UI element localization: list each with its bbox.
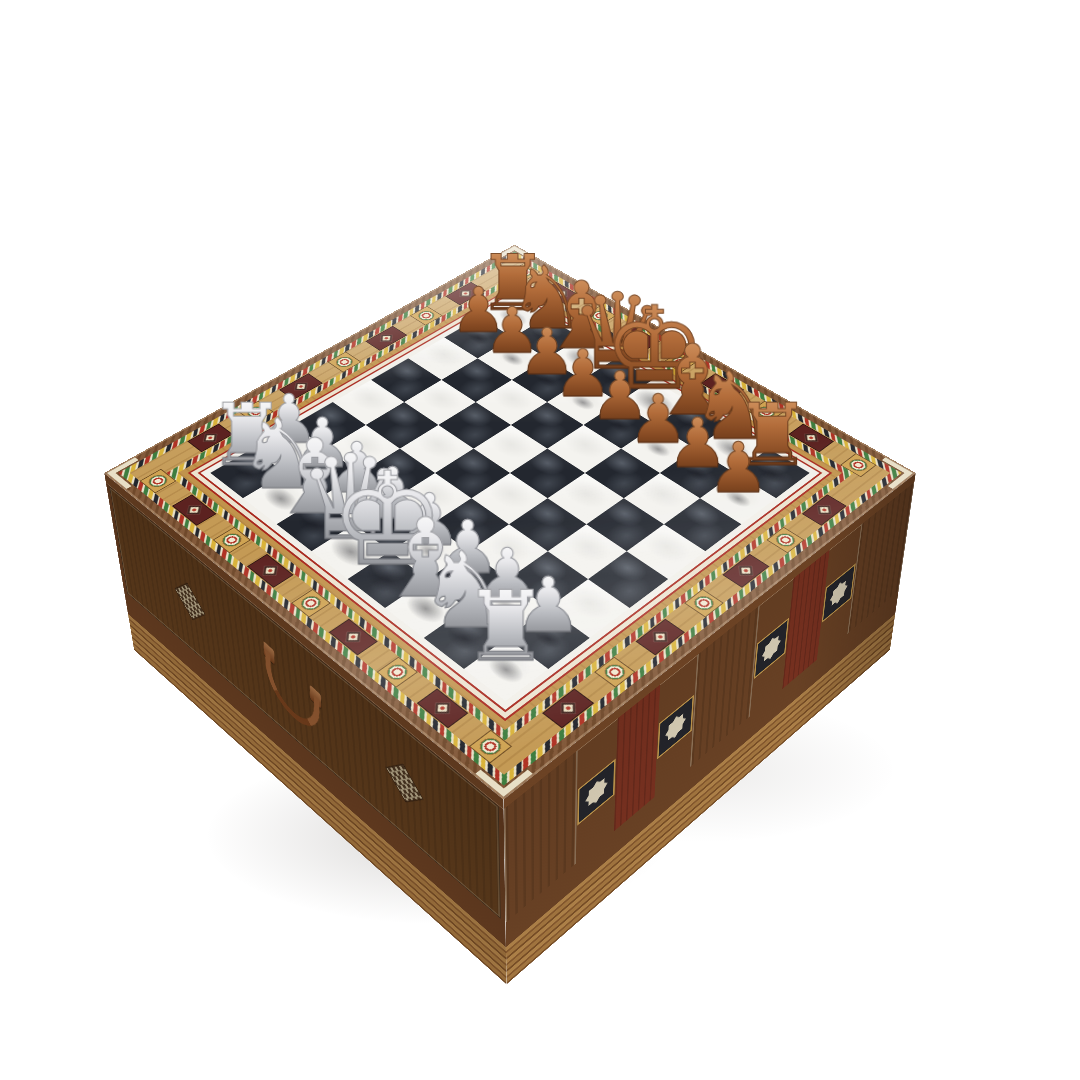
product-photo: ♜♞♝♛♚♝♞♜♟♟♟♟♟♟♟♟♟♟♟♟♟♟♟♟♜♞♝♛♚♝♞♜ <box>0 0 1080 1080</box>
chess-box: ♜♞♝♛♚♝♞♜♟♟♟♟♟♟♟♟♟♟♟♟♟♟♟♟♜♞♝♛♚♝♞♜ <box>104 245 916 800</box>
black-pawn-glyph: ♟ <box>707 433 769 502</box>
star-inlay <box>579 762 614 823</box>
white-rook-glyph: ♜ <box>462 577 549 674</box>
handle-bail <box>265 649 320 742</box>
star-inlay <box>659 697 693 756</box>
diamond-inlay <box>542 689 594 729</box>
checker-inlay-tile <box>385 764 423 802</box>
star-inlay <box>755 620 787 676</box>
checker-inlay-tile <box>175 583 206 620</box>
